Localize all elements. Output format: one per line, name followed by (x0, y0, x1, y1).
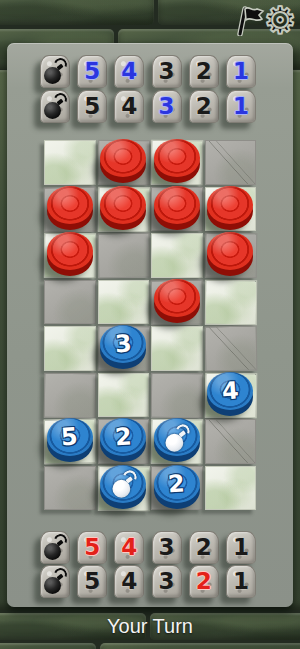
light-square (44, 140, 96, 185)
tray-count-label: 3 (159, 567, 175, 596)
tray-tile-5: 5 (77, 565, 107, 598)
tray-count-label: 5 (84, 57, 100, 86)
blue-bomb-piece[interactable] (100, 465, 146, 509)
dark-square (44, 466, 96, 511)
board-cell-r4c1[interactable] (43, 279, 97, 326)
red-hidden-piece[interactable] (100, 186, 146, 230)
blue-piece-2[interactable]: 2 (154, 465, 200, 509)
piece-value-label: 2 (167, 469, 186, 498)
tray-count-label: 1 (233, 533, 249, 562)
light-square (204, 279, 256, 324)
piece-value-label: 2 (114, 423, 133, 452)
tray-tile-5: 5 (77, 90, 107, 123)
tray-count-label: 1 (233, 567, 249, 596)
tray-tile-2: 2 (189, 531, 219, 564)
tray-tile-5: 5 (77, 531, 107, 564)
player-tray-row-1: 54321 (40, 531, 256, 562)
board-cell-r4c4[interactable] (204, 279, 258, 326)
red-hidden-piece[interactable] (154, 186, 200, 230)
opponent-tray-row-1: 54321 (40, 55, 256, 86)
tray-count-label: 5 (84, 533, 100, 562)
tray-count-label: 1 (233, 92, 249, 121)
tray-tile-1: 1 (226, 90, 256, 123)
tray-count-label: 3 (159, 57, 175, 86)
piece-value-label: 4 (221, 376, 240, 405)
board-cell-r3c3[interactable] (150, 232, 204, 279)
board-cell-r7c4[interactable] (204, 418, 258, 465)
tray-tile-bomb (40, 55, 70, 88)
tray-count-label: 2 (196, 533, 212, 562)
light-square (205, 466, 257, 511)
turn-status-text: Your Turn (0, 612, 300, 642)
red-hidden-piece[interactable] (154, 279, 200, 323)
dark-square (205, 419, 257, 464)
game-board: 34522 (43, 139, 257, 511)
board-cell-r6c3[interactable] (150, 372, 204, 419)
blue-piece-3[interactable]: 3 (100, 325, 146, 369)
dark-square (151, 372, 203, 417)
game-screen: { "game": "Bombs — Stratego/Minesweeper-… (0, 0, 300, 649)
tray-tile-bomb (40, 90, 70, 123)
board-cell-r8c4[interactable] (204, 465, 258, 512)
dark-square (44, 280, 96, 325)
tray-count-label: 4 (121, 567, 137, 596)
tray-tile-1: 1 (226, 565, 256, 598)
wall-stone (0, 0, 154, 25)
tray-tile-bomb (40, 531, 70, 564)
red-hidden-piece[interactable] (207, 232, 253, 276)
surrender-flag-icon[interactable] (233, 4, 265, 36)
board-cell-r1c4[interactable] (204, 139, 258, 186)
tray-tile-5: 5 (77, 55, 107, 88)
tray-tile-bomb (40, 565, 70, 598)
board-cell-r6c1[interactable] (43, 372, 97, 419)
board-cell-r5c3[interactable] (150, 325, 204, 372)
board-cell-r3c2[interactable] (97, 232, 151, 279)
board-cell-r1c1[interactable] (43, 139, 97, 186)
bomb-icon (44, 59, 67, 84)
player-tray-row-2: 54321 (40, 565, 256, 596)
dark-square (97, 233, 149, 278)
blue-piece-4[interactable]: 4 (207, 372, 253, 416)
board-cell-r8c1[interactable] (43, 465, 97, 512)
bomb-icon (44, 535, 67, 560)
tray-tile-4: 4 (114, 90, 144, 123)
tray-count-label: 2 (196, 92, 212, 121)
bomb-icon (112, 472, 136, 498)
red-hidden-piece[interactable] (47, 232, 93, 276)
tray-count-label: 4 (121, 533, 137, 562)
board-cell-r5c1[interactable] (43, 325, 97, 372)
tray-tile-4: 4 (114, 565, 144, 598)
light-square (151, 233, 203, 278)
tray-count-label: 2 (196, 57, 212, 86)
settings-gear-icon[interactable]: ⚙ (262, 1, 298, 41)
piece-value-label: 5 (60, 423, 79, 452)
wall-stone (0, 643, 96, 649)
bomb-icon (44, 94, 67, 119)
bomb-icon (166, 425, 190, 451)
bomb-icon (44, 569, 67, 594)
tray-count-label: 4 (121, 92, 137, 121)
tray-tile-1: 1 (226, 55, 256, 88)
red-hidden-piece[interactable] (100, 139, 146, 183)
dark-square (44, 372, 96, 417)
blue-piece-2[interactable]: 2 (100, 418, 146, 462)
light-square (98, 280, 150, 325)
wall-stone (100, 643, 300, 649)
dark-square (205, 140, 257, 185)
red-hidden-piece[interactable] (47, 186, 93, 230)
tray-tile-3: 3 (152, 55, 182, 88)
tray-count-label: 1 (233, 57, 249, 86)
tray-count-label: 3 (159, 533, 175, 562)
tray-tile-4: 4 (114, 55, 144, 88)
board-cell-r6c2[interactable] (97, 372, 151, 419)
tray-tile-2: 2 (189, 90, 219, 123)
tray-count-label: 5 (84, 92, 100, 121)
piece-value-label: 3 (114, 330, 133, 359)
tray-count-label: 5 (84, 567, 100, 596)
opponent-tray-row-2: 54321 (40, 90, 256, 121)
tray-tile-3: 3 (152, 531, 182, 564)
light-square (98, 373, 150, 418)
tray-tile-3: 3 (152, 90, 182, 123)
blue-bomb-piece[interactable] (154, 418, 200, 462)
tray-count-label: 4 (121, 57, 137, 86)
board-cell-r4c2[interactable] (97, 279, 151, 326)
tray-tile-1: 1 (226, 531, 256, 564)
tray-tile-3: 3 (152, 565, 182, 598)
tray-tile-4: 4 (114, 531, 144, 564)
red-hidden-piece[interactable] (207, 186, 253, 230)
light-square (44, 326, 96, 371)
red-hidden-piece[interactable] (154, 139, 200, 183)
tray-count-label: 3 (159, 92, 175, 121)
tray-tile-2: 2 (189, 565, 219, 598)
blue-piece-5[interactable]: 5 (47, 418, 93, 462)
tray-tile-2: 2 (189, 55, 219, 88)
board-cell-r5c4[interactable] (204, 325, 258, 372)
dark-square (204, 326, 256, 371)
light-square (151, 326, 203, 371)
tray-count-label: 2 (196, 567, 212, 596)
